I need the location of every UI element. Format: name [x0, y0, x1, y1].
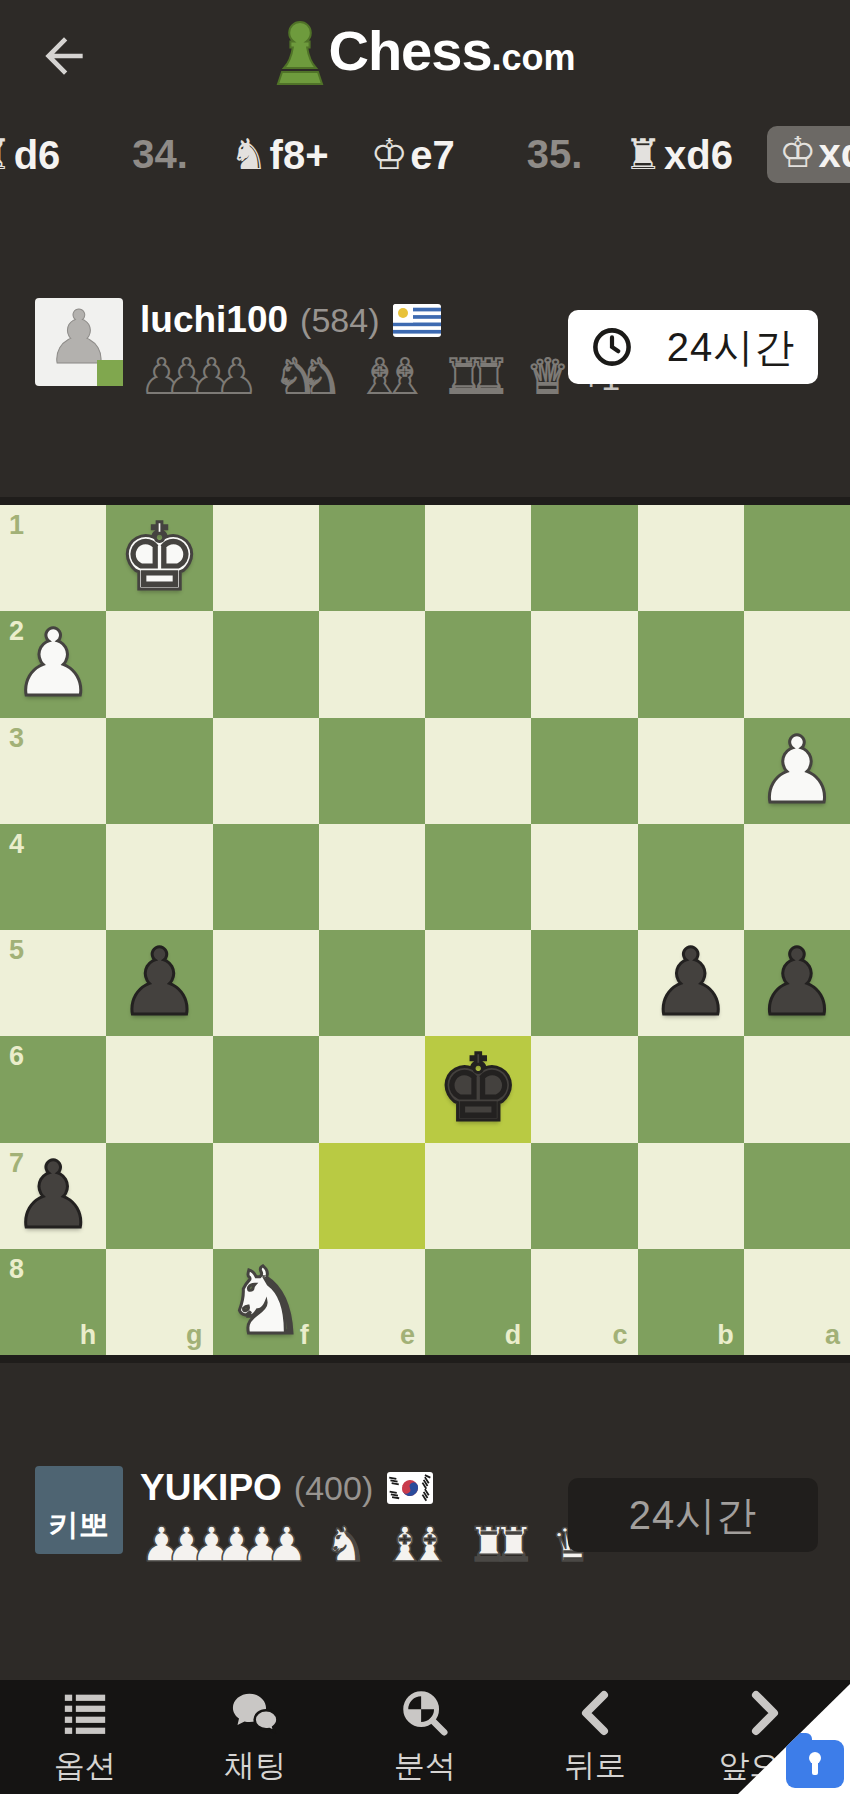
- square-f4[interactable]: [213, 824, 319, 930]
- chat-bubbles-icon: [229, 1687, 281, 1739]
- file-label: f: [300, 1322, 309, 1349]
- rank-label: 3: [9, 725, 24, 752]
- square-e3[interactable]: [319, 718, 425, 824]
- square-b7[interactable]: [638, 1143, 744, 1249]
- south-korea-flag-icon: [387, 1472, 433, 1504]
- square-f3[interactable]: [213, 718, 319, 824]
- captured-group: ♝♝: [383, 1518, 451, 1570]
- bottom-nav: 옵션채팅분석뒤로앞으로: [0, 1680, 850, 1794]
- player-rating-top: (584): [300, 301, 379, 340]
- player-name-top[interactable]: luchi100: [140, 299, 288, 341]
- nav-options-list[interactable]: 옵션: [10, 1687, 160, 1787]
- square-d6[interactable]: ♚: [425, 1036, 531, 1142]
- square-d7[interactable]: [425, 1143, 531, 1249]
- move-token[interactable]: ♜d6: [0, 130, 60, 179]
- move-token[interactable]: ♔xd6: [767, 126, 850, 183]
- move-number: 34.: [132, 132, 188, 177]
- square-c2[interactable]: [531, 611, 637, 717]
- rank-label: 6: [9, 1043, 24, 1070]
- square-e6[interactable]: [319, 1036, 425, 1142]
- square-h7[interactable]: 7♟: [0, 1143, 106, 1249]
- file-label: a: [825, 1322, 840, 1349]
- square-d5[interactable]: [425, 930, 531, 1036]
- nav-label: 분석: [394, 1745, 456, 1787]
- chesscom-logo: Chess.com: [0, 18, 850, 94]
- piece-figurine-icon: ♔: [371, 130, 409, 179]
- square-c8[interactable]: c: [531, 1249, 637, 1355]
- file-label: g: [186, 1322, 203, 1349]
- move-token[interactable]: ♜xd6: [624, 130, 733, 179]
- square-a7[interactable]: [744, 1143, 850, 1249]
- captured-group: ♟♟♟♟♟♟: [140, 1518, 308, 1570]
- avatar-bottom[interactable]: 키뽀: [35, 1466, 123, 1554]
- square-b8[interactable]: b: [638, 1249, 744, 1355]
- captured-black-piece: ♜: [467, 350, 510, 402]
- captured-group: ♜♜: [442, 350, 510, 402]
- captured-white-piece: ♝: [408, 1518, 451, 1570]
- square-e1[interactable]: [319, 505, 425, 611]
- piece-figurine-icon: ♔: [779, 128, 817, 177]
- captured-group: ♞♞: [274, 350, 342, 402]
- rank-label: 5: [9, 937, 24, 964]
- captured-black-piece: ♟: [215, 350, 258, 402]
- logo-pawn-icon: [274, 18, 326, 94]
- square-a6[interactable]: [744, 1036, 850, 1142]
- square-g8[interactable]: g: [106, 1249, 212, 1355]
- logo-text: Chess: [328, 19, 491, 82]
- white-king-g1: ♚: [106, 505, 212, 611]
- chevron-left-icon: [573, 1687, 617, 1739]
- clock-bottom: 24시간: [568, 1478, 818, 1552]
- file-label: h: [80, 1322, 97, 1349]
- avatar-text: 키뽀: [48, 1505, 110, 1554]
- clock-icon: [591, 326, 633, 368]
- nav-chevron-left[interactable]: 뒤로: [520, 1687, 670, 1787]
- secure-folder-icon: [786, 1740, 844, 1788]
- captured-white-piece: ♟: [265, 1518, 308, 1570]
- captured-black-piece: ♛: [526, 350, 569, 402]
- rank-label: 4: [9, 831, 24, 858]
- square-c3[interactable]: [531, 718, 637, 824]
- square-a3[interactable]: ♟: [744, 718, 850, 824]
- move-token[interactable]: ♞f8+: [230, 130, 329, 179]
- player-name-bottom[interactable]: YUKIPO: [140, 1467, 282, 1509]
- captured-group: ♟♟♟♟: [140, 350, 258, 402]
- square-g6[interactable]: [106, 1036, 212, 1142]
- black-pawn-b5: ♟: [638, 930, 744, 1036]
- square-h2[interactable]: 2♟: [0, 611, 106, 717]
- nav-analysis-magnifier[interactable]: 분석: [350, 1687, 500, 1787]
- move-number: 35.: [527, 132, 583, 177]
- square-f8[interactable]: f♞: [213, 1249, 319, 1355]
- chess-board: 1♚2♟3♟45♟♟♟6♚7♟8hgf♞edcba: [0, 505, 850, 1355]
- nav-label: 뒤로: [564, 1745, 626, 1787]
- captured-group: ♝♝: [358, 350, 426, 402]
- white-pawn-a3: ♟: [744, 718, 850, 824]
- square-h8[interactable]: 8h: [0, 1249, 106, 1355]
- move-token[interactable]: ♔e7: [371, 130, 455, 179]
- chevron-right-icon: [743, 1687, 787, 1739]
- square-g7[interactable]: [106, 1143, 212, 1249]
- player-rating-bottom: (400): [294, 1469, 373, 1508]
- captured-pieces-top: ♟♟♟♟♞♞♝♝♜♜♛+1: [140, 350, 620, 402]
- square-d4[interactable]: [425, 824, 531, 930]
- square-d1[interactable]: [425, 505, 531, 611]
- file-label: d: [505, 1322, 522, 1349]
- app-header: Chess.com: [0, 0, 850, 115]
- black-king-d6: ♚: [425, 1036, 531, 1142]
- captured-black-piece: ♝: [383, 350, 426, 402]
- square-h4[interactable]: 4: [0, 824, 106, 930]
- square-d8[interactable]: d: [425, 1249, 531, 1355]
- captured-white-piece: ♞: [324, 1518, 367, 1570]
- piece-figurine-icon: ♞: [230, 130, 268, 179]
- square-e5[interactable]: [319, 930, 425, 1036]
- square-b6[interactable]: [638, 1036, 744, 1142]
- chess-app-screen: Chess.com ♜d634.♞f8+♔e735.♜xd6♔xd6 ♟ luc…: [0, 0, 850, 1794]
- square-a5[interactable]: ♟: [744, 930, 850, 1036]
- square-f2[interactable]: [213, 611, 319, 717]
- options-list-icon: [60, 1687, 110, 1739]
- square-a8[interactable]: a: [744, 1249, 850, 1355]
- square-f7[interactable]: [213, 1143, 319, 1249]
- avatar-top[interactable]: ♟: [35, 298, 123, 386]
- square-g2[interactable]: [106, 611, 212, 717]
- square-a1[interactable]: [744, 505, 850, 611]
- square-c1[interactable]: [531, 505, 637, 611]
- captured-white-piece: ♜: [492, 1518, 535, 1570]
- square-c7[interactable]: [531, 1143, 637, 1249]
- file-label: c: [612, 1322, 627, 1349]
- move-list-bar: ♜d634.♞f8+♔e735.♜xd6♔xd6: [0, 118, 850, 190]
- board-top-edge: [0, 497, 850, 505]
- square-f1[interactable]: [213, 505, 319, 611]
- player-card-bottom: 키뽀 YUKIPO (400): [0, 1466, 850, 1566]
- clock-time-top: 24시간: [667, 320, 796, 375]
- piece-figurine-icon: ♜: [624, 130, 662, 179]
- captured-group: ♞: [324, 1518, 367, 1570]
- square-b4[interactable]: [638, 824, 744, 930]
- square-c4[interactable]: [531, 824, 637, 930]
- captured-pieces-bottom: ♟♟♟♟♟♟♞♝♝♜♜♛: [140, 1518, 610, 1570]
- nav-label: 채팅: [224, 1745, 286, 1787]
- square-e7[interactable]: [319, 1143, 425, 1249]
- square-g1[interactable]: ♚: [106, 505, 212, 611]
- file-label: b: [717, 1322, 734, 1349]
- rank-label: 2: [9, 618, 24, 645]
- square-b3[interactable]: [638, 718, 744, 824]
- nav-chat-bubbles[interactable]: 채팅: [180, 1687, 330, 1787]
- square-a2[interactable]: [744, 611, 850, 717]
- logo-suffix-text: .com: [492, 37, 576, 78]
- uruguay-flag-icon: [393, 304, 441, 337]
- square-h5[interactable]: 5: [0, 930, 106, 1036]
- square-b2[interactable]: [638, 611, 744, 717]
- captured-black-piece: ♞: [299, 350, 342, 402]
- rank-label: 7: [9, 1150, 24, 1177]
- square-c6[interactable]: [531, 1036, 637, 1142]
- analysis-magnifier-icon: [400, 1687, 450, 1739]
- piece-figurine-icon: ♜: [0, 130, 12, 179]
- square-e4[interactable]: [319, 824, 425, 930]
- square-e8[interactable]: e: [319, 1249, 425, 1355]
- board-bottom-edge: [0, 1355, 850, 1363]
- square-g4[interactable]: [106, 824, 212, 930]
- square-e2[interactable]: [319, 611, 425, 717]
- nav-label: 옵션: [54, 1745, 116, 1787]
- clock-time-bottom: 24시간: [629, 1488, 758, 1543]
- player-card-top: ♟ luchi100 (584): [0, 298, 850, 398]
- rank-label: 1: [9, 512, 24, 539]
- rank-label: 8: [9, 1256, 24, 1283]
- square-b5[interactable]: ♟: [638, 930, 744, 1036]
- square-h3[interactable]: 3: [0, 718, 106, 824]
- black-pawn-a5: ♟: [744, 930, 850, 1036]
- file-label: e: [400, 1322, 415, 1349]
- square-g3[interactable]: [106, 718, 212, 824]
- square-f6[interactable]: [213, 1036, 319, 1142]
- square-b1[interactable]: [638, 505, 744, 611]
- online-badge: [97, 360, 123, 386]
- clock-top: 24시간: [568, 310, 818, 384]
- square-d3[interactable]: [425, 718, 531, 824]
- square-h6[interactable]: 6: [0, 1036, 106, 1142]
- square-d2[interactable]: [425, 611, 531, 717]
- captured-group: ♜♜: [467, 1518, 535, 1570]
- black-pawn-g5: ♟: [106, 930, 212, 1036]
- captured-group: ♛: [526, 350, 569, 402]
- square-a4[interactable]: [744, 824, 850, 930]
- square-g5[interactable]: ♟: [106, 930, 212, 1036]
- square-c5[interactable]: [531, 930, 637, 1036]
- square-f5[interactable]: [213, 930, 319, 1036]
- square-h1[interactable]: 1: [0, 505, 106, 611]
